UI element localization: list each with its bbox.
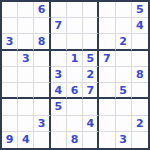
given-digit: 5 <box>136 4 144 15</box>
cell-r5c2[interactable] <box>18 67 34 83</box>
cell-r4c3[interactable] <box>34 51 50 67</box>
cell-r3c7[interactable] <box>99 34 115 50</box>
cell-r8c5[interactable] <box>67 116 83 132</box>
given-digit: 5 <box>54 101 62 112</box>
cell-r6c1[interactable] <box>2 83 18 99</box>
cell-r2c7[interactable] <box>99 18 115 34</box>
given-digit: 6 <box>38 4 46 15</box>
cell-r6c9[interactable] <box>132 83 148 99</box>
cell-r4c9[interactable] <box>132 51 148 67</box>
cell-r7c4: 5 <box>51 99 67 115</box>
cell-r9c3[interactable] <box>34 132 50 148</box>
cell-r8c8[interactable] <box>116 116 132 132</box>
cell-r9c9[interactable] <box>132 132 148 148</box>
given-digit: 3 <box>119 134 127 145</box>
cell-r8c1[interactable] <box>2 116 18 132</box>
cell-r3c5[interactable] <box>67 34 83 50</box>
cell-r8c4[interactable] <box>51 116 67 132</box>
cell-r7c2[interactable] <box>18 99 34 115</box>
cell-r9c5: 8 <box>67 132 83 148</box>
cell-r6c7[interactable] <box>99 83 115 99</box>
cell-r5c4: 3 <box>51 67 67 83</box>
cell-r2c3[interactable] <box>34 18 50 34</box>
cell-r3c4[interactable] <box>51 34 67 50</box>
cell-r5c7[interactable] <box>99 67 115 83</box>
cell-r2c5[interactable] <box>67 18 83 34</box>
given-digit: 8 <box>38 36 46 47</box>
given-digit: 8 <box>71 134 79 145</box>
cell-r9c6[interactable] <box>83 132 99 148</box>
given-digit: 3 <box>54 69 62 80</box>
cell-r5c5[interactable] <box>67 67 83 83</box>
cell-r2c8[interactable] <box>116 18 132 34</box>
cell-r2c2[interactable] <box>18 18 34 34</box>
cell-r4c4[interactable] <box>51 51 67 67</box>
given-digit: 7 <box>86 85 94 96</box>
cell-r3c9[interactable] <box>132 34 148 50</box>
cell-r3c6[interactable] <box>83 34 99 50</box>
cell-r3c1: 3 <box>2 34 18 50</box>
cell-r9c8: 3 <box>116 132 132 148</box>
sudoku-board: 65743823157328467553429483 <box>0 0 150 150</box>
cell-r7c8[interactable] <box>116 99 132 115</box>
given-digit: 2 <box>119 36 127 47</box>
cell-r3c8: 2 <box>116 34 132 50</box>
cell-r7c5[interactable] <box>67 99 83 115</box>
cell-r4c7: 7 <box>99 51 115 67</box>
cell-r1c2[interactable] <box>18 2 34 18</box>
given-digit: 9 <box>6 134 14 145</box>
cell-r6c8: 5 <box>116 83 132 99</box>
cell-r1c4[interactable] <box>51 2 67 18</box>
cell-r5c9: 8 <box>132 67 148 83</box>
cell-r2c6[interactable] <box>83 18 99 34</box>
cell-r8c3: 3 <box>34 116 50 132</box>
given-digit: 3 <box>22 53 30 64</box>
given-digit: 7 <box>103 53 111 64</box>
cell-r5c8[interactable] <box>116 67 132 83</box>
cell-r1c3: 6 <box>34 2 50 18</box>
given-digit: 1 <box>71 53 79 64</box>
cell-r8c6: 4 <box>83 116 99 132</box>
given-digit: 2 <box>136 118 144 129</box>
cell-r1c5[interactable] <box>67 2 83 18</box>
cell-r6c2[interactable] <box>18 83 34 99</box>
cell-r5c1[interactable] <box>2 67 18 83</box>
cell-r7c3[interactable] <box>34 99 50 115</box>
cell-r1c6[interactable] <box>83 2 99 18</box>
cell-r9c7[interactable] <box>99 132 115 148</box>
cell-r4c5: 1 <box>67 51 83 67</box>
cell-r3c3: 8 <box>34 34 50 50</box>
cell-r1c7[interactable] <box>99 2 115 18</box>
cell-r6c5: 6 <box>67 83 83 99</box>
cell-r8c7[interactable] <box>99 116 115 132</box>
cell-r6c6: 7 <box>83 83 99 99</box>
given-digit: 6 <box>71 85 79 96</box>
cell-r9c1: 9 <box>2 132 18 148</box>
cell-r7c7[interactable] <box>99 99 115 115</box>
cell-r4c6: 5 <box>83 51 99 67</box>
given-digit: 3 <box>6 36 14 47</box>
cell-r9c2: 4 <box>18 132 34 148</box>
given-digit: 3 <box>38 118 46 129</box>
cell-r1c1[interactable] <box>2 2 18 18</box>
cell-r6c3[interactable] <box>34 83 50 99</box>
given-digit: 7 <box>54 20 62 31</box>
cell-r2c9: 4 <box>132 18 148 34</box>
cell-r8c2[interactable] <box>18 116 34 132</box>
cell-r6c4: 4 <box>51 83 67 99</box>
given-digit: 5 <box>119 85 127 96</box>
cell-r5c3[interactable] <box>34 67 50 83</box>
cell-r4c1[interactable] <box>2 51 18 67</box>
given-digit: 2 <box>86 69 94 80</box>
cell-r3c2[interactable] <box>18 34 34 50</box>
cell-r7c1[interactable] <box>2 99 18 115</box>
cell-r2c4: 7 <box>51 18 67 34</box>
cell-r4c8[interactable] <box>116 51 132 67</box>
cell-r5c6: 2 <box>83 67 99 83</box>
given-digit: 8 <box>136 69 144 80</box>
cell-r1c8[interactable] <box>116 2 132 18</box>
cell-r4c2: 3 <box>18 51 34 67</box>
given-digit: 5 <box>86 53 94 64</box>
cell-r7c9[interactable] <box>132 99 148 115</box>
cell-r7c6[interactable] <box>83 99 99 115</box>
given-digit: 4 <box>54 85 62 96</box>
given-digit: 4 <box>136 20 144 31</box>
given-digit: 4 <box>22 134 30 145</box>
given-digit: 4 <box>86 118 94 129</box>
cell-r8c9: 2 <box>132 116 148 132</box>
cell-r2c1[interactable] <box>2 18 18 34</box>
cell-r9c4[interactable] <box>51 132 67 148</box>
cell-r1c9: 5 <box>132 2 148 18</box>
